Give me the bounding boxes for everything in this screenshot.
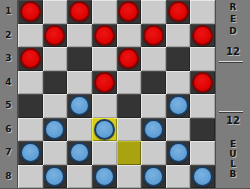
board: [18, 0, 215, 188]
square-r1c3[interactable]: [67, 0, 92, 24]
score-rail: RED 12 12 EULB: [215, 0, 250, 188]
square-r3c3[interactable]: [67, 47, 92, 71]
square-r2c4[interactable]: [92, 24, 117, 48]
blue-piece-r6c6[interactable]: [143, 119, 164, 140]
square-r6c2[interactable]: [43, 118, 68, 142]
red-label: RED: [216, 1, 250, 37]
square-r2c7[interactable]: [166, 24, 191, 48]
square-r2c3[interactable]: [67, 24, 92, 48]
square-r6c1[interactable]: [18, 118, 43, 142]
square-r4c2[interactable]: [43, 71, 68, 95]
red-count-underline: [219, 61, 243, 62]
square-r8c5[interactable]: [117, 165, 142, 189]
square-r5c3[interactable]: [67, 94, 92, 118]
square-r7c4[interactable]: [92, 141, 117, 165]
blue-piece-r7c7[interactable]: [168, 142, 189, 163]
square-r3c1[interactable]: [18, 47, 43, 71]
square-r1c8[interactable]: [190, 0, 215, 24]
red-label-letter-E: E: [216, 13, 250, 25]
red-count: 12: [216, 46, 250, 57]
square-r8c3[interactable]: [67, 165, 92, 189]
square-r1c4[interactable]: [92, 0, 117, 24]
blue-label-letter-L: L: [216, 159, 250, 169]
rank-labels-rail: 12345678: [0, 0, 18, 188]
square-r4c6[interactable]: [141, 71, 166, 95]
square-r3c2[interactable]: [43, 47, 68, 71]
rank-label-1: 1: [0, 0, 17, 24]
square-r6c4[interactable]: [92, 118, 117, 142]
rank-label-2: 2: [0, 24, 17, 48]
rank-label-3: 3: [0, 47, 17, 71]
square-r4c4[interactable]: [92, 71, 117, 95]
square-r3c6[interactable]: [141, 47, 166, 71]
square-r7c2[interactable]: [43, 141, 68, 165]
square-r3c8[interactable]: [190, 47, 215, 71]
blue-label-letter-B: B: [216, 169, 250, 179]
red-piece-r1c1[interactable]: [20, 1, 41, 22]
square-r5c7[interactable]: [166, 94, 191, 118]
red-piece-r3c5[interactable]: [118, 48, 139, 69]
blue-count: 12: [216, 115, 250, 126]
square-r6c7[interactable]: [166, 118, 191, 142]
square-r8c7[interactable]: [166, 165, 191, 189]
blue-piece-r6c4[interactable]: [94, 119, 115, 140]
square-r6c3[interactable]: [67, 118, 92, 142]
square-r5c8[interactable]: [190, 94, 215, 118]
square-r4c5[interactable]: [117, 71, 142, 95]
square-r7c6[interactable]: [141, 141, 166, 165]
red-label-letter-R: R: [216, 1, 250, 13]
square-r7c3[interactable]: [67, 141, 92, 165]
square-r6c8[interactable]: [190, 118, 215, 142]
square-r3c4[interactable]: [92, 47, 117, 71]
blue-piece-r8c2[interactable]: [44, 166, 65, 187]
red-piece-r1c7[interactable]: [168, 1, 189, 22]
checkers-game-window: 12345678 RED 12 12 EULB: [0, 0, 250, 188]
square-r5c1[interactable]: [18, 94, 43, 118]
square-r1c7[interactable]: [166, 0, 191, 24]
blue-piece-r5c3[interactable]: [69, 95, 90, 116]
square-r5c5[interactable]: [117, 94, 142, 118]
red-piece-r2c4[interactable]: [94, 25, 115, 46]
red-label-letter-D: D: [216, 25, 250, 37]
rank-label-4: 4: [0, 71, 17, 95]
square-r3c7[interactable]: [166, 47, 191, 71]
square-r7c8[interactable]: [190, 141, 215, 165]
blue-piece-r8c4[interactable]: [94, 166, 115, 187]
square-r4c7[interactable]: [166, 71, 191, 95]
square-r5c2[interactable]: [43, 94, 68, 118]
square-r1c5[interactable]: [117, 0, 142, 24]
square-r8c4[interactable]: [92, 165, 117, 189]
rank-label-6: 6: [0, 118, 17, 142]
red-piece-r2c2[interactable]: [44, 25, 65, 46]
square-r4c3[interactable]: [67, 71, 92, 95]
square-r7c1[interactable]: [18, 141, 43, 165]
square-r6c6[interactable]: [141, 118, 166, 142]
square-r4c1[interactable]: [18, 71, 43, 95]
square-r1c6[interactable]: [141, 0, 166, 24]
square-r2c5[interactable]: [117, 24, 142, 48]
square-r6c5[interactable]: [117, 118, 142, 142]
red-piece-r4c4[interactable]: [94, 72, 115, 93]
square-r1c1[interactable]: [18, 0, 43, 24]
square-r5c6[interactable]: [141, 94, 166, 118]
rank-label-7: 7: [0, 141, 17, 165]
square-r2c1[interactable]: [18, 24, 43, 48]
rank-label-8: 8: [0, 165, 17, 189]
square-r8c1[interactable]: [18, 165, 43, 189]
red-piece-r4c8[interactable]: [192, 72, 213, 93]
blue-piece-r7c3[interactable]: [69, 142, 90, 163]
square-r3c5[interactable]: [117, 47, 142, 71]
blue-piece-r5c7[interactable]: [168, 95, 189, 116]
rank-label-5: 5: [0, 94, 17, 118]
blue-piece-r6c2[interactable]: [44, 119, 65, 140]
blue-count-overline: [219, 111, 243, 112]
square-r7c5[interactable]: [117, 141, 142, 165]
red-piece-r2c6[interactable]: [143, 25, 164, 46]
square-r2c8[interactable]: [190, 24, 215, 48]
square-r5c4[interactable]: [92, 94, 117, 118]
square-r8c8[interactable]: [190, 165, 215, 189]
square-r1c2[interactable]: [43, 0, 68, 24]
blue-label-letter-U: U: [216, 149, 250, 159]
square-r2c6[interactable]: [141, 24, 166, 48]
red-piece-r2c8[interactable]: [192, 25, 213, 46]
blue-piece-r8c6[interactable]: [143, 166, 164, 187]
red-piece-r1c5[interactable]: [118, 1, 139, 22]
blue-piece-r8c8[interactable]: [192, 166, 213, 187]
red-piece-r3c1[interactable]: [20, 48, 41, 69]
red-piece-r1c3[interactable]: [69, 1, 90, 22]
blue-piece-r7c1[interactable]: [20, 142, 41, 163]
square-r2c2[interactable]: [43, 24, 68, 48]
square-r4c8[interactable]: [190, 71, 215, 95]
square-r8c6[interactable]: [141, 165, 166, 189]
blue-label: EULB: [216, 139, 250, 179]
blue-label-letter-E: E: [216, 139, 250, 149]
square-r8c2[interactable]: [43, 165, 68, 189]
square-r7c7[interactable]: [166, 141, 191, 165]
